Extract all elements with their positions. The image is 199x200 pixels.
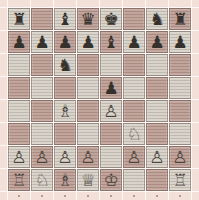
square-g4[interactable] — [146, 100, 168, 122]
sheet-printer-marks — [8, 195, 192, 197]
square-h2[interactable]: ♙ — [169, 146, 191, 168]
piece-black-pawn[interactable]: ♟ — [57, 33, 72, 50]
square-a8[interactable]: ♜ — [8, 8, 30, 30]
square-h7[interactable]: ♟ — [169, 31, 191, 53]
piece-white-rook[interactable]: ♖ — [11, 171, 26, 188]
square-d5[interactable] — [77, 77, 99, 99]
square-f1[interactable] — [123, 169, 145, 191]
piece-white-pawn[interactable]: ♙ — [103, 102, 118, 119]
piece-black-knight[interactable]: ♞ — [149, 10, 164, 27]
piece-white-bishop[interactable]: ♗ — [57, 102, 72, 119]
square-a5[interactable] — [8, 77, 30, 99]
square-e4[interactable]: ♙ — [100, 100, 122, 122]
square-g1[interactable] — [146, 169, 168, 191]
square-d1[interactable]: ♕ — [77, 169, 99, 191]
square-c3[interactable] — [54, 123, 76, 145]
piece-black-rook[interactable]: ♜ — [11, 10, 26, 27]
square-a4[interactable] — [8, 100, 30, 122]
piece-white-knight[interactable]: ♘ — [34, 171, 49, 188]
square-h1[interactable]: ♖ — [169, 169, 191, 191]
piece-black-bishop[interactable]: ♝ — [57, 10, 72, 27]
square-g6[interactable] — [146, 54, 168, 76]
square-f5[interactable] — [123, 77, 145, 99]
square-b8[interactable] — [31, 8, 53, 30]
square-e5[interactable]: ♟ — [100, 77, 122, 99]
piece-white-pawn[interactable]: ♙ — [149, 148, 164, 165]
square-e1[interactable]: ♔ — [100, 169, 122, 191]
square-d4[interactable] — [77, 100, 99, 122]
square-f8[interactable] — [123, 8, 145, 30]
piece-white-pawn[interactable]: ♙ — [57, 148, 72, 165]
piece-black-pawn[interactable]: ♟ — [126, 33, 141, 50]
piece-white-pawn[interactable]: ♙ — [80, 148, 95, 165]
square-h5[interactable] — [169, 77, 191, 99]
piece-black-pawn[interactable]: ♟ — [11, 33, 26, 50]
piece-white-queen[interactable]: ♕ — [80, 171, 95, 188]
square-d3[interactable] — [77, 123, 99, 145]
square-e3[interactable] — [100, 123, 122, 145]
square-e6[interactable] — [100, 54, 122, 76]
square-d7[interactable]: ♟ — [77, 31, 99, 53]
square-g7[interactable]: ♟ — [146, 31, 168, 53]
piece-white-knight[interactable]: ♘ — [126, 125, 141, 142]
piece-black-king[interactable]: ♚ — [103, 10, 118, 27]
piece-black-queen[interactable]: ♛ — [80, 10, 95, 27]
square-g2[interactable]: ♙ — [146, 146, 168, 168]
piece-white-pawn[interactable]: ♙ — [126, 148, 141, 165]
square-g3[interactable] — [146, 123, 168, 145]
piece-black-knight[interactable]: ♞ — [57, 56, 72, 73]
square-b2[interactable]: ♙ — [31, 146, 53, 168]
square-b5[interactable] — [31, 77, 53, 99]
square-c8[interactable]: ♝ — [54, 8, 76, 30]
square-e2[interactable] — [100, 146, 122, 168]
square-f6[interactable] — [123, 54, 145, 76]
square-a3[interactable] — [8, 123, 30, 145]
piece-black-bishop[interactable]: ♝ — [103, 33, 118, 50]
square-d6[interactable] — [77, 54, 99, 76]
piece-black-pawn[interactable]: ♟ — [34, 33, 49, 50]
square-c4[interactable]: ♗ — [54, 100, 76, 122]
piece-black-rook[interactable]: ♜ — [172, 10, 187, 27]
square-d2[interactable]: ♙ — [77, 146, 99, 168]
square-h3[interactable] — [169, 123, 191, 145]
piece-black-pawn[interactable]: ♟ — [149, 33, 164, 50]
square-h8[interactable]: ♜ — [169, 8, 191, 30]
square-b3[interactable] — [31, 123, 53, 145]
square-c7[interactable]: ♟ — [54, 31, 76, 53]
square-c6[interactable]: ♞ — [54, 54, 76, 76]
square-g5[interactable] — [146, 77, 168, 99]
piece-white-rook[interactable]: ♖ — [172, 171, 187, 188]
square-b4[interactable] — [31, 100, 53, 122]
piece-white-bishop[interactable]: ♗ — [57, 171, 72, 188]
piece-black-pawn[interactable]: ♟ — [103, 79, 118, 96]
square-c1[interactable]: ♗ — [54, 169, 76, 191]
square-b7[interactable]: ♟ — [31, 31, 53, 53]
square-d8[interactable]: ♛ — [77, 8, 99, 30]
stamp-sheet: ♜♝♛♚♞♜♟♟♟♟♝♟♟♟♞♟♗♙♘♙♙♙♙♙♙♙♖♘♗♕♔♖ — [0, 0, 199, 200]
piece-black-pawn[interactable]: ♟ — [80, 33, 95, 50]
square-e7[interactable]: ♝ — [100, 31, 122, 53]
square-b6[interactable] — [31, 54, 53, 76]
square-f4[interactable] — [123, 100, 145, 122]
square-a2[interactable]: ♙ — [8, 146, 30, 168]
piece-white-pawn[interactable]: ♙ — [11, 148, 26, 165]
square-f2[interactable]: ♙ — [123, 146, 145, 168]
square-h6[interactable] — [169, 54, 191, 76]
square-c5[interactable] — [54, 77, 76, 99]
square-f3[interactable]: ♘ — [123, 123, 145, 145]
square-a1[interactable]: ♖ — [8, 169, 30, 191]
square-f7[interactable]: ♟ — [123, 31, 145, 53]
chess-board: ♜♝♛♚♞♜♟♟♟♟♝♟♟♟♞♟♗♙♘♙♙♙♙♙♙♙♖♘♗♕♔♖ — [8, 8, 191, 191]
piece-black-pawn[interactable]: ♟ — [172, 33, 187, 50]
square-h4[interactable] — [169, 100, 191, 122]
square-e8[interactable]: ♚ — [100, 8, 122, 30]
square-b1[interactable]: ♘ — [31, 169, 53, 191]
piece-white-pawn[interactable]: ♙ — [34, 148, 49, 165]
square-c2[interactable]: ♙ — [54, 146, 76, 168]
square-g8[interactable]: ♞ — [146, 8, 168, 30]
piece-white-pawn[interactable]: ♙ — [172, 148, 187, 165]
piece-white-king[interactable]: ♔ — [103, 171, 118, 188]
square-a6[interactable] — [8, 54, 30, 76]
square-a7[interactable]: ♟ — [8, 31, 30, 53]
